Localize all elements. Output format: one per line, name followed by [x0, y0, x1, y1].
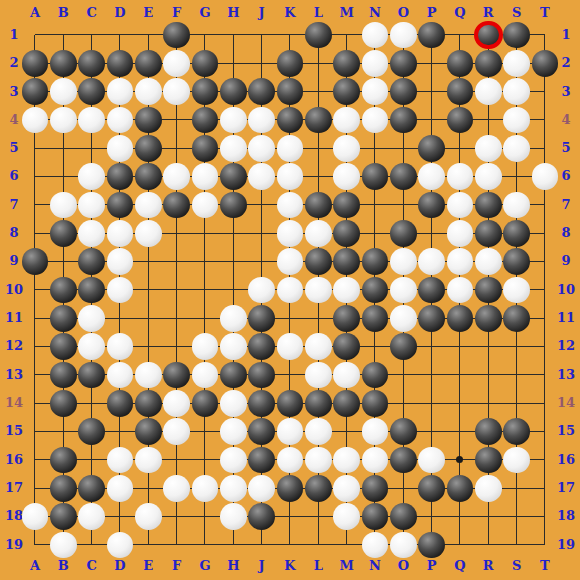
intersection-B16[interactable] [49, 446, 77, 474]
intersection-O7[interactable] [389, 191, 417, 219]
intersection-S19[interactable] [502, 531, 530, 559]
intersection-Q3[interactable] [446, 77, 474, 105]
intersection-S9[interactable] [502, 247, 530, 275]
intersection-Q13[interactable] [446, 361, 474, 389]
intersection-J12[interactable] [247, 332, 275, 360]
intersection-P4[interactable] [417, 106, 445, 134]
intersection-G16[interactable] [191, 446, 219, 474]
intersection-R6[interactable] [474, 162, 502, 190]
intersection-O10[interactable] [389, 276, 417, 304]
intersection-E6[interactable] [134, 162, 162, 190]
intersection-C11[interactable] [77, 304, 105, 332]
intersection-K18[interactable] [276, 502, 304, 530]
intersection-D17[interactable] [106, 474, 134, 502]
intersection-F15[interactable] [162, 417, 190, 445]
intersection-O11[interactable] [389, 304, 417, 332]
intersection-E18[interactable] [134, 502, 162, 530]
intersection-G19[interactable] [191, 531, 219, 559]
intersection-E13[interactable] [134, 361, 162, 389]
intersection-H12[interactable] [219, 332, 247, 360]
intersection-N9[interactable] [361, 247, 389, 275]
intersection-F18[interactable] [162, 502, 190, 530]
intersection-P8[interactable] [417, 219, 445, 247]
intersection-N8[interactable] [361, 219, 389, 247]
intersection-O3[interactable] [389, 77, 417, 105]
intersection-C6[interactable] [77, 162, 105, 190]
intersection-M2[interactable] [332, 49, 360, 77]
intersection-N1[interactable] [361, 21, 389, 49]
intersection-S18[interactable] [502, 502, 530, 530]
intersection-H3[interactable] [219, 77, 247, 105]
intersection-R1[interactable] [474, 21, 502, 49]
intersection-K15[interactable] [276, 417, 304, 445]
intersection-F3[interactable] [162, 77, 190, 105]
intersection-J19[interactable] [247, 531, 275, 559]
intersection-C13[interactable] [77, 361, 105, 389]
intersection-J1[interactable] [247, 21, 275, 49]
intersection-L5[interactable] [304, 134, 332, 162]
intersection-O19[interactable] [389, 531, 417, 559]
intersection-Q15[interactable] [446, 417, 474, 445]
intersection-G17[interactable] [191, 474, 219, 502]
intersection-C15[interactable] [77, 417, 105, 445]
intersection-D13[interactable] [106, 361, 134, 389]
intersection-O16[interactable] [389, 446, 417, 474]
intersection-N5[interactable] [361, 134, 389, 162]
intersection-S12[interactable] [502, 332, 530, 360]
intersection-S2[interactable] [502, 49, 530, 77]
intersection-F8[interactable] [162, 219, 190, 247]
intersection-Q18[interactable] [446, 502, 474, 530]
intersection-R11[interactable] [474, 304, 502, 332]
intersection-H15[interactable] [219, 417, 247, 445]
intersection-K17[interactable] [276, 474, 304, 502]
intersection-M8[interactable] [332, 219, 360, 247]
intersection-D15[interactable] [106, 417, 134, 445]
intersection-L8[interactable] [304, 219, 332, 247]
intersection-M13[interactable] [332, 361, 360, 389]
intersection-L13[interactable] [304, 361, 332, 389]
intersection-O5[interactable] [389, 134, 417, 162]
intersection-B11[interactable] [49, 304, 77, 332]
intersection-E17[interactable] [134, 474, 162, 502]
intersection-S4[interactable] [502, 106, 530, 134]
intersection-C1[interactable] [77, 21, 105, 49]
intersection-N18[interactable] [361, 502, 389, 530]
intersection-J3[interactable] [247, 77, 275, 105]
intersection-B1[interactable] [49, 21, 77, 49]
intersection-Q16[interactable] [446, 446, 474, 474]
intersection-R13[interactable] [474, 361, 502, 389]
intersection-D16[interactable] [106, 446, 134, 474]
intersection-P16[interactable] [417, 446, 445, 474]
intersection-S16[interactable] [502, 446, 530, 474]
intersection-G9[interactable] [191, 247, 219, 275]
intersection-J11[interactable] [247, 304, 275, 332]
intersection-G14[interactable] [191, 389, 219, 417]
intersection-S13[interactable] [502, 361, 530, 389]
intersection-R12[interactable] [474, 332, 502, 360]
intersection-Q6[interactable] [446, 162, 474, 190]
intersection-K2[interactable] [276, 49, 304, 77]
intersection-C3[interactable] [77, 77, 105, 105]
intersection-B18[interactable] [49, 502, 77, 530]
intersection-R10[interactable] [474, 276, 502, 304]
intersection-F17[interactable] [162, 474, 190, 502]
intersection-D19[interactable] [106, 531, 134, 559]
intersection-H11[interactable] [219, 304, 247, 332]
intersection-F5[interactable] [162, 134, 190, 162]
intersection-B19[interactable] [49, 531, 77, 559]
intersection-O18[interactable] [389, 502, 417, 530]
intersection-J5[interactable] [247, 134, 275, 162]
intersection-R5[interactable] [474, 134, 502, 162]
intersection-J6[interactable] [247, 162, 275, 190]
intersection-S1[interactable] [502, 21, 530, 49]
intersection-O15[interactable] [389, 417, 417, 445]
intersection-B7[interactable] [49, 191, 77, 219]
intersection-N10[interactable] [361, 276, 389, 304]
intersection-S15[interactable] [502, 417, 530, 445]
intersection-M9[interactable] [332, 247, 360, 275]
intersection-Q12[interactable] [446, 332, 474, 360]
intersection-Q17[interactable] [446, 474, 474, 502]
intersection-R7[interactable] [474, 191, 502, 219]
intersection-R4[interactable] [474, 106, 502, 134]
intersection-F19[interactable] [162, 531, 190, 559]
intersection-N16[interactable] [361, 446, 389, 474]
intersection-S8[interactable] [502, 219, 530, 247]
intersection-B14[interactable] [49, 389, 77, 417]
intersection-P14[interactable] [417, 389, 445, 417]
intersection-N13[interactable] [361, 361, 389, 389]
intersection-K14[interactable] [276, 389, 304, 417]
intersection-L2[interactable] [304, 49, 332, 77]
intersection-L3[interactable] [304, 77, 332, 105]
intersection-H4[interactable] [219, 106, 247, 134]
intersection-B3[interactable] [49, 77, 77, 105]
intersection-R15[interactable] [474, 417, 502, 445]
intersection-B2[interactable] [49, 49, 77, 77]
intersection-E7[interactable] [134, 191, 162, 219]
intersection-G5[interactable] [191, 134, 219, 162]
intersection-P5[interactable] [417, 134, 445, 162]
intersection-O8[interactable] [389, 219, 417, 247]
intersection-Q19[interactable] [446, 531, 474, 559]
intersection-C8[interactable] [77, 219, 105, 247]
intersection-J7[interactable] [247, 191, 275, 219]
intersection-M4[interactable] [332, 106, 360, 134]
intersection-F10[interactable] [162, 276, 190, 304]
intersection-F11[interactable] [162, 304, 190, 332]
intersection-R2[interactable] [474, 49, 502, 77]
intersection-M17[interactable] [332, 474, 360, 502]
intersection-F2[interactable] [162, 49, 190, 77]
intersection-L14[interactable] [304, 389, 332, 417]
intersection-Q11[interactable] [446, 304, 474, 332]
intersection-D9[interactable] [106, 247, 134, 275]
intersection-O17[interactable] [389, 474, 417, 502]
intersection-H10[interactable] [219, 276, 247, 304]
intersection-N11[interactable] [361, 304, 389, 332]
intersection-Q2[interactable] [446, 49, 474, 77]
intersection-S17[interactable] [502, 474, 530, 502]
intersection-G12[interactable] [191, 332, 219, 360]
intersection-G6[interactable] [191, 162, 219, 190]
intersection-L15[interactable] [304, 417, 332, 445]
intersection-B5[interactable] [49, 134, 77, 162]
intersection-R18[interactable] [474, 502, 502, 530]
intersection-N15[interactable] [361, 417, 389, 445]
intersection-H2[interactable] [219, 49, 247, 77]
intersection-S10[interactable] [502, 276, 530, 304]
intersection-K16[interactable] [276, 446, 304, 474]
intersection-N6[interactable] [361, 162, 389, 190]
intersection-F7[interactable] [162, 191, 190, 219]
intersection-M19[interactable] [332, 531, 360, 559]
intersection-R9[interactable] [474, 247, 502, 275]
intersection-F12[interactable] [162, 332, 190, 360]
intersection-F16[interactable] [162, 446, 190, 474]
intersection-R17[interactable] [474, 474, 502, 502]
intersection-C17[interactable] [77, 474, 105, 502]
intersection-O4[interactable] [389, 106, 417, 134]
intersection-M10[interactable] [332, 276, 360, 304]
intersection-B8[interactable] [49, 219, 77, 247]
intersection-E11[interactable] [134, 304, 162, 332]
intersection-P11[interactable] [417, 304, 445, 332]
intersection-O1[interactable] [389, 21, 417, 49]
intersection-M18[interactable] [332, 502, 360, 530]
intersection-B10[interactable] [49, 276, 77, 304]
intersection-L4[interactable] [304, 106, 332, 134]
intersection-N2[interactable] [361, 49, 389, 77]
intersection-N12[interactable] [361, 332, 389, 360]
intersection-J15[interactable] [247, 417, 275, 445]
intersection-F13[interactable] [162, 361, 190, 389]
intersection-O6[interactable] [389, 162, 417, 190]
intersection-K5[interactable] [276, 134, 304, 162]
intersection-D1[interactable] [106, 21, 134, 49]
intersection-A2[interactable] [21, 49, 49, 77]
intersection-M15[interactable] [332, 417, 360, 445]
intersection-K7[interactable] [276, 191, 304, 219]
intersection-F9[interactable] [162, 247, 190, 275]
intersection-J4[interactable] [247, 106, 275, 134]
intersection-J9[interactable] [247, 247, 275, 275]
intersection-C14[interactable] [77, 389, 105, 417]
intersection-H5[interactable] [219, 134, 247, 162]
intersection-M12[interactable] [332, 332, 360, 360]
intersection-O2[interactable] [389, 49, 417, 77]
intersection-C2[interactable] [77, 49, 105, 77]
intersection-R19[interactable] [474, 531, 502, 559]
intersection-K10[interactable] [276, 276, 304, 304]
intersection-S3[interactable] [502, 77, 530, 105]
intersection-D18[interactable] [106, 502, 134, 530]
intersection-P1[interactable] [417, 21, 445, 49]
intersection-B13[interactable] [49, 361, 77, 389]
intersection-L7[interactable] [304, 191, 332, 219]
intersection-E19[interactable] [134, 531, 162, 559]
intersection-C4[interactable] [77, 106, 105, 134]
intersection-S11[interactable] [502, 304, 530, 332]
intersection-L19[interactable] [304, 531, 332, 559]
intersection-D12[interactable] [106, 332, 134, 360]
intersection-C18[interactable] [77, 502, 105, 530]
intersection-K13[interactable] [276, 361, 304, 389]
intersection-N7[interactable] [361, 191, 389, 219]
intersection-P19[interactable] [417, 531, 445, 559]
intersection-G18[interactable] [191, 502, 219, 530]
intersection-R8[interactable] [474, 219, 502, 247]
intersection-J2[interactable] [247, 49, 275, 77]
intersection-O12[interactable] [389, 332, 417, 360]
intersection-H1[interactable] [219, 21, 247, 49]
intersection-C19[interactable] [77, 531, 105, 559]
intersection-E8[interactable] [134, 219, 162, 247]
intersection-P15[interactable] [417, 417, 445, 445]
intersection-D4[interactable] [106, 106, 134, 134]
intersection-L10[interactable] [304, 276, 332, 304]
intersection-L12[interactable] [304, 332, 332, 360]
intersection-P13[interactable] [417, 361, 445, 389]
intersection-B12[interactable] [49, 332, 77, 360]
intersection-L16[interactable] [304, 446, 332, 474]
intersection-B17[interactable] [49, 474, 77, 502]
intersection-H16[interactable] [219, 446, 247, 474]
intersection-H8[interactable] [219, 219, 247, 247]
intersection-G15[interactable] [191, 417, 219, 445]
intersection-L6[interactable] [304, 162, 332, 190]
intersection-Q14[interactable] [446, 389, 474, 417]
intersection-K12[interactable] [276, 332, 304, 360]
intersection-K1[interactable] [276, 21, 304, 49]
intersection-K8[interactable] [276, 219, 304, 247]
intersection-S7[interactable] [502, 191, 530, 219]
intersection-G11[interactable] [191, 304, 219, 332]
intersection-J14[interactable] [247, 389, 275, 417]
intersection-N19[interactable] [361, 531, 389, 559]
intersection-N4[interactable] [361, 106, 389, 134]
intersection-E1[interactable] [134, 21, 162, 49]
intersection-C10[interactable] [77, 276, 105, 304]
intersection-E12[interactable] [134, 332, 162, 360]
intersection-K4[interactable] [276, 106, 304, 134]
intersection-E14[interactable] [134, 389, 162, 417]
intersection-H18[interactable] [219, 502, 247, 530]
intersection-Q8[interactable] [446, 219, 474, 247]
intersection-C7[interactable] [77, 191, 105, 219]
intersection-B15[interactable] [49, 417, 77, 445]
intersection-P6[interactable] [417, 162, 445, 190]
intersection-G8[interactable] [191, 219, 219, 247]
intersection-P3[interactable] [417, 77, 445, 105]
intersection-D3[interactable] [106, 77, 134, 105]
intersection-P7[interactable] [417, 191, 445, 219]
intersection-D7[interactable] [106, 191, 134, 219]
intersection-Q10[interactable] [446, 276, 474, 304]
intersection-J13[interactable] [247, 361, 275, 389]
intersection-N17[interactable] [361, 474, 389, 502]
intersection-K3[interactable] [276, 77, 304, 105]
intersection-H14[interactable] [219, 389, 247, 417]
intersection-E5[interactable] [134, 134, 162, 162]
intersection-D11[interactable] [106, 304, 134, 332]
intersection-K6[interactable] [276, 162, 304, 190]
intersection-E10[interactable] [134, 276, 162, 304]
intersection-H7[interactable] [219, 191, 247, 219]
intersection-L9[interactable] [304, 247, 332, 275]
intersection-H13[interactable] [219, 361, 247, 389]
intersection-R3[interactable] [474, 77, 502, 105]
intersection-G2[interactable] [191, 49, 219, 77]
intersection-O9[interactable] [389, 247, 417, 275]
intersection-M7[interactable] [332, 191, 360, 219]
intersection-G3[interactable] [191, 77, 219, 105]
intersection-F1[interactable] [162, 21, 190, 49]
intersection-E3[interactable] [134, 77, 162, 105]
intersection-M3[interactable] [332, 77, 360, 105]
intersection-M1[interactable] [332, 21, 360, 49]
intersection-G1[interactable] [191, 21, 219, 49]
intersection-C9[interactable] [77, 247, 105, 275]
intersection-L17[interactable] [304, 474, 332, 502]
intersection-Q9[interactable] [446, 247, 474, 275]
intersection-D2[interactable] [106, 49, 134, 77]
intersection-M5[interactable] [332, 134, 360, 162]
intersection-B4[interactable] [49, 106, 77, 134]
intersection-P2[interactable] [417, 49, 445, 77]
intersection-Q4[interactable] [446, 106, 474, 134]
intersection-R14[interactable] [474, 389, 502, 417]
intersection-Q1[interactable] [446, 21, 474, 49]
intersection-C16[interactable] [77, 446, 105, 474]
intersection-M14[interactable] [332, 389, 360, 417]
intersection-D8[interactable] [106, 219, 134, 247]
intersection-G4[interactable] [191, 106, 219, 134]
intersection-M6[interactable] [332, 162, 360, 190]
intersection-L1[interactable] [304, 21, 332, 49]
intersection-Q7[interactable] [446, 191, 474, 219]
intersection-E2[interactable] [134, 49, 162, 77]
intersection-S6[interactable] [502, 162, 530, 190]
intersection-P9[interactable] [417, 247, 445, 275]
intersection-E16[interactable] [134, 446, 162, 474]
intersection-H17[interactable] [219, 474, 247, 502]
intersection-H9[interactable] [219, 247, 247, 275]
intersection-N14[interactable] [361, 389, 389, 417]
intersection-P17[interactable] [417, 474, 445, 502]
intersection-B6[interactable] [49, 162, 77, 190]
intersection-P18[interactable] [417, 502, 445, 530]
intersection-K19[interactable] [276, 531, 304, 559]
intersection-F14[interactable] [162, 389, 190, 417]
intersection-J10[interactable] [247, 276, 275, 304]
intersection-E9[interactable] [134, 247, 162, 275]
intersection-G13[interactable] [191, 361, 219, 389]
intersection-B9[interactable] [49, 247, 77, 275]
intersection-D5[interactable] [106, 134, 134, 162]
intersection-E15[interactable] [134, 417, 162, 445]
intersection-R16[interactable] [474, 446, 502, 474]
intersection-G10[interactable] [191, 276, 219, 304]
intersection-D14[interactable] [106, 389, 134, 417]
intersection-D6[interactable] [106, 162, 134, 190]
intersection-D10[interactable] [106, 276, 134, 304]
intersection-C12[interactable] [77, 332, 105, 360]
intersection-N3[interactable] [361, 77, 389, 105]
